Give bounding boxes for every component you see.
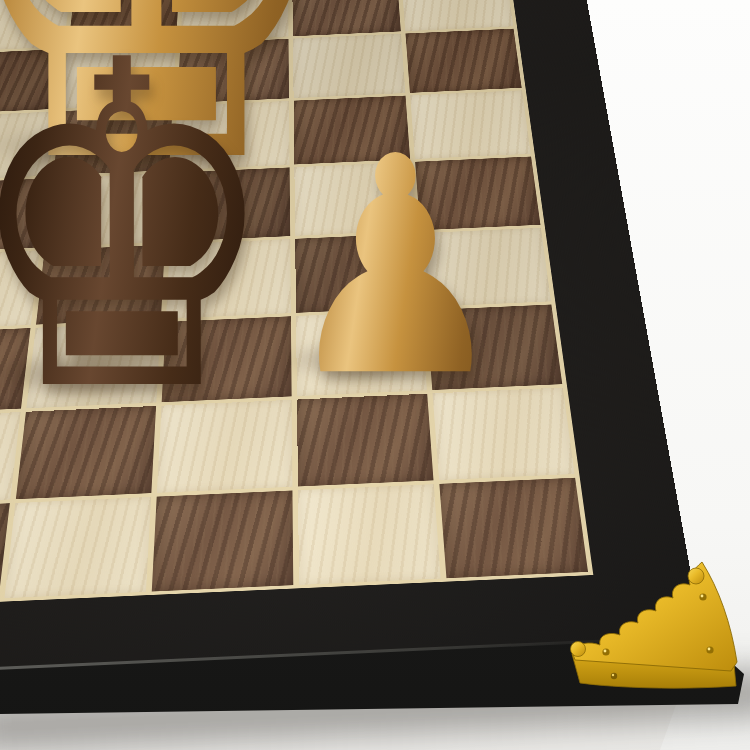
square-e8 bbox=[68, 0, 179, 46]
square-h7 bbox=[405, 29, 521, 93]
square-f7 bbox=[177, 39, 289, 104]
brass-corner-bracket-icon bbox=[552, 550, 747, 700]
square-f2 bbox=[157, 400, 293, 493]
square-h6 bbox=[410, 90, 531, 159]
square-e5 bbox=[45, 173, 169, 247]
square-h3 bbox=[426, 304, 562, 390]
square-d7 bbox=[0, 49, 63, 114]
square-g2 bbox=[297, 394, 433, 487]
square-d4 bbox=[0, 250, 40, 330]
square-f3 bbox=[162, 316, 292, 402]
board-squares bbox=[0, 0, 593, 628]
square-g6 bbox=[294, 96, 411, 165]
square-e7 bbox=[61, 44, 176, 109]
square-g7 bbox=[293, 34, 405, 98]
square-g1 bbox=[298, 484, 441, 585]
square-d5 bbox=[0, 178, 48, 252]
square-h2 bbox=[433, 388, 575, 481]
square-g4 bbox=[295, 233, 421, 312]
square-h8 bbox=[401, 0, 513, 31]
square-f1 bbox=[152, 490, 294, 591]
photo-of-chess-board: ♚ ♚ ♟ bbox=[0, 0, 750, 750]
square-g8 bbox=[292, 0, 401, 36]
square-e2 bbox=[16, 406, 156, 499]
square-f4 bbox=[166, 239, 291, 319]
square-e4 bbox=[36, 245, 165, 325]
square-e1 bbox=[4, 497, 151, 598]
square-h5 bbox=[415, 157, 540, 231]
white-pawn-shadow bbox=[282, 338, 444, 382]
square-f8 bbox=[181, 0, 289, 41]
square-h4 bbox=[420, 228, 550, 307]
square-g5 bbox=[294, 162, 415, 236]
square-f5 bbox=[170, 167, 290, 241]
square-d8 bbox=[0, 0, 70, 51]
